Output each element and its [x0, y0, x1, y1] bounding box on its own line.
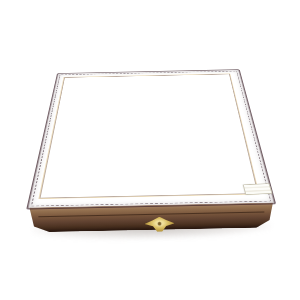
box-lid-seam	[38, 212, 264, 218]
clasp-keyhole	[158, 222, 162, 226]
board-perspective-scene	[21, 0, 276, 210]
chess-set-scene	[0, 0, 300, 300]
playing-area-grid	[39, 74, 258, 198]
product-photo	[0, 0, 300, 300]
chess-board-top-face	[26, 69, 276, 209]
product-sticker	[243, 183, 273, 195]
